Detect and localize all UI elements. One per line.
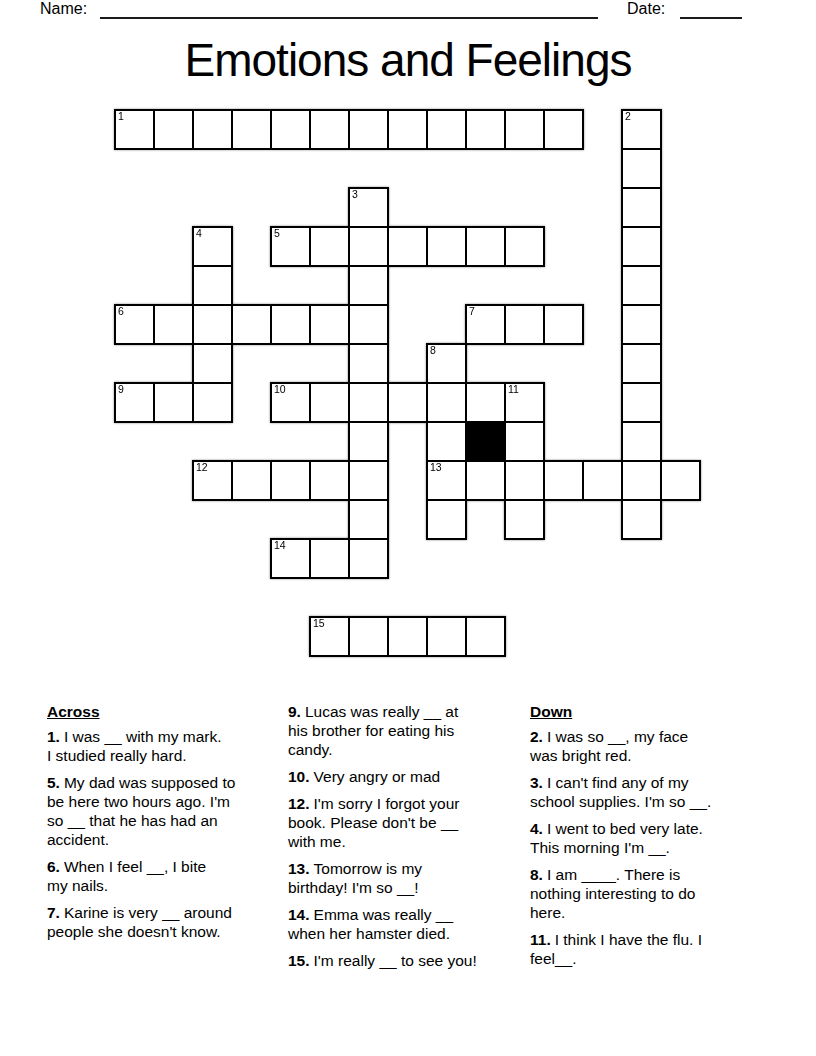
cell-number: 5: [274, 228, 280, 239]
clue-item: 3.I can't find any of my school supplies…: [530, 773, 772, 811]
page-title: Emotions and Feelings: [0, 33, 816, 87]
grid-cell[interactable]: 10: [270, 382, 311, 423]
grid-cell[interactable]: [348, 265, 389, 306]
grid-cell[interactable]: [387, 109, 428, 150]
cell-number: 15: [313, 618, 325, 629]
grid-cell[interactable]: [270, 460, 311, 501]
clue-text: I'm really __ to see you!: [314, 952, 477, 969]
grid-cell[interactable]: [621, 148, 662, 189]
clue-number: 12.: [288, 795, 310, 812]
grid-cell[interactable]: [153, 382, 194, 423]
cell-number: 14: [274, 540, 286, 551]
grid-cell[interactable]: 1: [114, 109, 155, 150]
clue-number: 2.: [530, 728, 543, 745]
clue-number: 9.: [288, 703, 301, 720]
grid-cell[interactable]: [621, 499, 662, 540]
grid-cell[interactable]: 13: [426, 460, 467, 501]
grid-cell[interactable]: [348, 109, 389, 150]
grid-cell[interactable]: 7: [465, 304, 506, 345]
grid-cell[interactable]: [348, 343, 389, 384]
grid-cell[interactable]: [231, 109, 272, 150]
grid-cell[interactable]: [348, 499, 389, 540]
cell-number: 12: [196, 462, 208, 473]
grid-cell[interactable]: [504, 304, 545, 345]
grid-cell[interactable]: [309, 304, 350, 345]
grid-cell[interactable]: [387, 226, 428, 267]
clue-text: Karine is very __ around people she does…: [47, 904, 232, 940]
clue-text: Emma was really __ when her hamster died…: [288, 906, 453, 942]
clue-text: Lucas was really __ at his brother for e…: [288, 703, 458, 758]
clue-text: I was so __, my face was bright red.: [530, 728, 688, 764]
clue-text: I'm sorry I forgot your book. Please don…: [288, 795, 460, 850]
grid-cell[interactable]: 3: [348, 187, 389, 228]
grid-cell[interactable]: 11: [504, 382, 545, 423]
clue-item: 15.I'm really __ to see you!: [288, 951, 522, 970]
clue-number: 11.: [530, 931, 551, 948]
name-blank-line[interactable]: [100, 1, 598, 19]
clue-item: 11.I think I have the flu. I feel__.: [530, 930, 772, 968]
grid-cell[interactable]: [660, 460, 701, 501]
grid-cell[interactable]: [270, 109, 311, 150]
clue-number: 5.: [47, 774, 60, 791]
grid-cell[interactable]: [621, 226, 662, 267]
clue-number: 7.: [47, 904, 60, 921]
clue-number: 6.: [47, 858, 60, 875]
clue-number: 3.: [530, 774, 543, 791]
cell-number: 9: [118, 384, 124, 395]
grid-cell[interactable]: 2: [621, 109, 662, 150]
clue-item: 10.Very angry or mad: [288, 767, 522, 786]
cell-number: 8: [430, 345, 436, 356]
grid-cell[interactable]: [426, 616, 467, 657]
clues-down-column: Down2.I was so __, my face was bright re…: [530, 702, 772, 976]
grid-cell[interactable]: [348, 460, 389, 501]
clue-item: 2.I was so __, my face was bright red.: [530, 727, 772, 765]
clue-list-header: Down: [530, 702, 772, 721]
clue-text: I was __ with my mark. I studied really …: [47, 728, 222, 764]
cell-number: 10: [274, 384, 286, 395]
grid-cell[interactable]: [504, 109, 545, 150]
grid-cell[interactable]: [621, 187, 662, 228]
grid-cell[interactable]: [621, 421, 662, 462]
clue-text: My dad was supposed to be here two hours…: [47, 774, 235, 848]
grid-cell[interactable]: 5: [270, 226, 311, 267]
cell-number: 6: [118, 306, 124, 317]
grid-cell[interactable]: [153, 109, 194, 150]
grid-cell[interactable]: 9: [114, 382, 155, 423]
date-blank-line[interactable]: [680, 1, 742, 19]
cell-number: 3: [352, 189, 358, 200]
grid-cell[interactable]: [348, 304, 389, 345]
clue-item: 5.My dad was supposed to be here two hou…: [47, 773, 285, 849]
clue-text: When I feel __, I bite my nails.: [47, 858, 206, 894]
clue-number: 13.: [288, 860, 310, 877]
clue-item: 6.When I feel __, I bite my nails.: [47, 857, 285, 895]
grid-cell[interactable]: [309, 538, 350, 579]
cell-number: 2: [625, 111, 631, 122]
clue-item: 7.Karine is very __ around people she do…: [47, 903, 285, 941]
grid-cell[interactable]: [192, 343, 233, 384]
grid-cell[interactable]: [387, 616, 428, 657]
clue-item: 13.Tomorrow is my birthday! I'm so __!: [288, 859, 522, 897]
cell-number: 11: [508, 384, 519, 395]
clue-item: 14.Emma was really __ when her hamster d…: [288, 905, 522, 943]
cell-number: 13: [430, 462, 442, 473]
grid-cell[interactable]: [426, 382, 467, 423]
grid-cell[interactable]: [504, 421, 545, 462]
grid-cell[interactable]: [348, 226, 389, 267]
clue-number: 8.: [530, 866, 543, 883]
clue-item: 4.I went to bed very late. This morning …: [530, 819, 772, 857]
grid-cell[interactable]: [192, 109, 233, 150]
grid-cell[interactable]: [543, 304, 584, 345]
date-label: Date:: [627, 0, 665, 18]
grid-cell[interactable]: [192, 382, 233, 423]
grid-cell[interactable]: [348, 382, 389, 423]
grid-cell[interactable]: 6: [114, 304, 155, 345]
clue-list-header: Across: [47, 702, 285, 721]
grid-cell[interactable]: [309, 226, 350, 267]
grid-cell[interactable]: [504, 460, 545, 501]
clues-across-column-1: Across1.I was __ with my mark. I studied…: [47, 702, 285, 949]
clue-text: I went to bed very late. This morning I'…: [530, 820, 703, 856]
grid-cell[interactable]: 14: [270, 538, 311, 579]
grid-cell[interactable]: [231, 460, 272, 501]
grid-cell[interactable]: [348, 421, 389, 462]
grid-cell[interactable]: [465, 460, 506, 501]
grid-cell[interactable]: [426, 226, 467, 267]
grid-cell[interactable]: [348, 616, 389, 657]
clue-number: 14.: [288, 906, 310, 923]
clue-item: 12.I'm sorry I forgot your book. Please …: [288, 794, 522, 851]
clue-number: 1.: [47, 728, 60, 745]
grid-cell[interactable]: [309, 109, 350, 150]
clue-item: 8.I am ____. There is nothing interestin…: [530, 865, 772, 922]
clue-number: 10.: [288, 768, 310, 785]
grid-cell[interactable]: [192, 304, 233, 345]
grid-cell[interactable]: [309, 382, 350, 423]
clue-item: 9.Lucas was really __ at his brother for…: [288, 702, 522, 759]
grid-cell[interactable]: [504, 226, 545, 267]
grid-cell[interactable]: [504, 499, 545, 540]
grid-cell[interactable]: 4: [192, 226, 233, 267]
grid-cell[interactable]: [543, 109, 584, 150]
grid-cell[interactable]: [426, 421, 467, 462]
grid-cell[interactable]: [465, 109, 506, 150]
cell-number: 4: [196, 228, 202, 239]
grid-cell[interactable]: 15: [309, 616, 350, 657]
grid-cell[interactable]: [621, 382, 662, 423]
black-cell: [465, 421, 506, 462]
grid-cell[interactable]: [465, 382, 506, 423]
grid-cell[interactable]: [153, 304, 194, 345]
clue-text: I am ____. There is nothing interesting …: [530, 866, 695, 921]
grid-cell[interactable]: [426, 499, 467, 540]
clue-number: 4.: [530, 820, 543, 837]
grid-cell[interactable]: [231, 304, 272, 345]
grid-cell[interactable]: [309, 460, 350, 501]
grid-cell[interactable]: [348, 538, 389, 579]
grid-cell[interactable]: 8: [426, 343, 467, 384]
clue-text: Very angry or mad: [314, 768, 441, 785]
clue-number: 15.: [288, 952, 310, 969]
clue-text: I can't find any of my school supplies. …: [530, 774, 711, 810]
grid-cell[interactable]: [465, 226, 506, 267]
name-label: Name:: [40, 0, 87, 18]
grid-cell[interactable]: [426, 109, 467, 150]
cell-number: 7: [469, 306, 475, 317]
grid-cell[interactable]: [621, 304, 662, 345]
clues-across-column-2: 9.Lucas was really __ at his brother for…: [288, 702, 522, 978]
grid-cell[interactable]: [621, 265, 662, 306]
grid-cell[interactable]: [621, 343, 662, 384]
grid-cell[interactable]: [387, 382, 428, 423]
grid-cell[interactable]: 12: [192, 460, 233, 501]
cell-number: 1: [118, 111, 124, 122]
crossword-grid: 123456789101112131415: [115, 110, 700, 656]
clue-item: 1.I was __ with my mark. I studied reall…: [47, 727, 285, 765]
grid-cell[interactable]: [543, 460, 584, 501]
grid-cell[interactable]: [621, 460, 662, 501]
grid-cell[interactable]: [582, 460, 623, 501]
grid-cell[interactable]: [465, 616, 506, 657]
clue-text: I think I have the flu. I feel__.: [530, 931, 702, 967]
grid-cell[interactable]: [192, 265, 233, 306]
grid-cell[interactable]: [270, 304, 311, 345]
